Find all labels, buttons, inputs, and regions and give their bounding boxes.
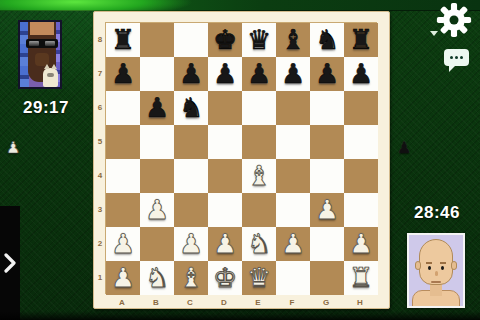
square-e5[interactable]: [242, 125, 276, 159]
black-rook: ♜: [344, 23, 378, 57]
square-h4[interactable]: [344, 159, 378, 193]
square-g5[interactable]: [310, 125, 344, 159]
square-h5[interactable]: [344, 125, 378, 159]
settings-button[interactable]: [436, 2, 472, 38]
white-pawn: ♟: [310, 193, 344, 227]
avatar-ear-right: [451, 261, 457, 270]
black-pawn: ♟: [140, 91, 174, 125]
square-b2[interactable]: [140, 227, 174, 261]
square-c8[interactable]: [174, 23, 208, 57]
white-queen: ♛: [242, 261, 276, 295]
black-pawn: ♟: [310, 57, 344, 91]
black-knight: ♞: [174, 91, 208, 125]
square-e3[interactable]: [242, 193, 276, 227]
avatar-ear-left: [415, 261, 421, 270]
chat-bubble-icon: [450, 56, 453, 59]
square-h1[interactable]: ♜: [344, 261, 378, 295]
bottom-shade: [0, 311, 480, 320]
square-f5[interactable]: [276, 125, 310, 159]
square-e1[interactable]: ♛: [242, 261, 276, 295]
square-h2[interactable]: ♟: [344, 227, 378, 261]
square-e2[interactable]: ♞: [242, 227, 276, 261]
square-c1[interactable]: ♝: [174, 261, 208, 295]
gear-icon: [436, 2, 472, 38]
square-g2[interactable]: [310, 227, 344, 261]
black-pawn: ♟: [276, 57, 310, 91]
rank-label-5: 5: [95, 124, 105, 158]
square-a1[interactable]: ♟: [106, 261, 140, 295]
square-a5[interactable]: [106, 125, 140, 159]
square-b6[interactable]: ♟: [140, 91, 174, 125]
file-label-e: E: [241, 296, 275, 309]
avatar-sunglasses: [26, 39, 58, 48]
square-d5[interactable]: [208, 125, 242, 159]
square-d7[interactable]: ♟: [208, 57, 242, 91]
square-g4[interactable]: [310, 159, 344, 193]
square-b3[interactable]: ♟: [140, 193, 174, 227]
white-pawn-icon: ♟: [6, 139, 20, 157]
white-pawn: ♟: [174, 227, 208, 261]
square-a7[interactable]: ♟: [106, 57, 140, 91]
file-label-d: D: [207, 296, 241, 309]
square-c6[interactable]: ♞: [174, 91, 208, 125]
square-f3[interactable]: [276, 193, 310, 227]
file-label-h: H: [343, 296, 377, 309]
square-f8[interactable]: ♝: [276, 23, 310, 57]
rank-label-6: 6: [95, 90, 105, 124]
square-b4[interactable]: [140, 159, 174, 193]
avatar-brow-left: [426, 262, 432, 264]
square-b5[interactable]: [140, 125, 174, 159]
rank-label-7: 7: [95, 56, 105, 90]
square-c3[interactable]: [174, 193, 208, 227]
white-bishop: ♝: [242, 159, 276, 193]
avatar-bald-head: [419, 239, 453, 285]
square-g8[interactable]: ♞: [310, 23, 344, 57]
square-c2[interactable]: ♟: [174, 227, 208, 261]
opponent-clock: 29:17: [12, 98, 80, 118]
avatar-nose: [435, 271, 438, 276]
file-label-a: A: [105, 296, 139, 309]
chess-board: 87654321 ♜♚♛♝♞♜♟♟♟♟♟♟♟♟♞♝♟♟♟♟♟♞♟♟♟♞♝♚♛♜ …: [93, 11, 390, 309]
player-clock: 28:46: [403, 203, 471, 223]
white-pawn: ♟: [140, 193, 174, 227]
square-e8[interactable]: ♛: [242, 23, 276, 57]
square-d1[interactable]: ♚: [208, 261, 242, 295]
square-d3[interactable]: [208, 193, 242, 227]
square-a4[interactable]: [106, 159, 140, 193]
square-f6[interactable]: [276, 91, 310, 125]
player-avatar: [407, 233, 465, 308]
square-c5[interactable]: [174, 125, 208, 159]
white-king: ♚: [208, 261, 242, 295]
black-pawn: ♟: [344, 57, 378, 91]
square-b8[interactable]: [140, 23, 174, 57]
avatar-cat: [43, 68, 58, 87]
square-b1[interactable]: ♞: [140, 261, 174, 295]
square-g3[interactable]: ♟: [310, 193, 344, 227]
white-knight: ♞: [140, 261, 174, 295]
square-g1[interactable]: [310, 261, 344, 295]
square-f1[interactable]: [276, 261, 310, 295]
top-highlight-bar: [0, 0, 480, 11]
chat-button[interactable]: [444, 49, 469, 66]
black-knight: ♞: [310, 23, 344, 57]
square-f7[interactable]: ♟: [276, 57, 310, 91]
black-pawn: ♟: [106, 57, 140, 91]
white-rook: ♜: [344, 261, 378, 295]
white-pawn: ♟: [344, 227, 378, 261]
black-queen: ♛: [242, 23, 276, 57]
opponent-avatar: [18, 20, 62, 89]
file-labels: ABCDEFGH: [105, 296, 379, 309]
white-pawn: ♟: [106, 261, 140, 295]
file-label-b: B: [139, 296, 173, 309]
black-pawn: ♟: [174, 57, 208, 91]
black-pawn-icon: ♟: [397, 139, 411, 157]
square-d6[interactable]: [208, 91, 242, 125]
square-a3[interactable]: [106, 193, 140, 227]
square-h7[interactable]: ♟: [344, 57, 378, 91]
square-d4[interactable]: [208, 159, 242, 193]
black-pawn: ♟: [242, 57, 276, 91]
square-e4[interactable]: ♝: [242, 159, 276, 193]
rank-label-3: 3: [95, 192, 105, 226]
square-g7[interactable]: ♟: [310, 57, 344, 91]
square-a6[interactable]: [106, 91, 140, 125]
avatar-forehead: [30, 22, 54, 35]
white-bishop: ♝: [174, 261, 208, 295]
square-d2[interactable]: ♟: [208, 227, 242, 261]
black-bishop: ♝: [276, 23, 310, 57]
black-rook: ♜: [106, 23, 140, 57]
rank-label-4: 4: [95, 158, 105, 192]
avatar-brow-right: [440, 262, 446, 264]
square-a2[interactable]: ♟: [106, 227, 140, 261]
square-h8[interactable]: ♜: [344, 23, 378, 57]
chevron-right-icon: [4, 253, 16, 273]
avatar-mouth: [431, 281, 441, 283]
file-label-g: G: [309, 296, 343, 309]
white-pawn: ♟: [208, 227, 242, 261]
square-c7[interactable]: ♟: [174, 57, 208, 91]
square-c4[interactable]: [174, 159, 208, 193]
square-h6[interactable]: [344, 91, 378, 125]
rank-label-8: 8: [95, 22, 105, 56]
square-b7[interactable]: [140, 57, 174, 91]
square-f2[interactable]: ♟: [276, 227, 310, 261]
square-a8[interactable]: ♜: [106, 23, 140, 57]
white-pawn: ♟: [106, 227, 140, 261]
black-king: ♚: [208, 23, 242, 57]
rank-labels: 87654321: [95, 22, 105, 294]
side-drawer-handle[interactable]: [0, 206, 20, 320]
square-e6[interactable]: [242, 91, 276, 125]
white-knight: ♞: [242, 227, 276, 261]
file-label-c: C: [173, 296, 207, 309]
rank-label-1: 1: [95, 260, 105, 294]
square-g6[interactable]: [310, 91, 344, 125]
avatar-eye-left: [428, 266, 431, 270]
white-pawn: ♟: [276, 227, 310, 261]
square-d8[interactable]: ♚: [208, 23, 242, 57]
avatar-eye-right: [441, 266, 444, 270]
file-label-f: F: [275, 296, 309, 309]
square-f4[interactable]: [276, 159, 310, 193]
rank-label-2: 2: [95, 226, 105, 260]
black-pawn: ♟: [208, 57, 242, 91]
square-e7[interactable]: ♟: [242, 57, 276, 91]
caret-down-icon: [430, 31, 438, 36]
board-squares: ♜♚♛♝♞♜♟♟♟♟♟♟♟♟♞♝♟♟♟♟♟♞♟♟♟♞♝♚♛♜: [105, 22, 377, 294]
game-screen: 29:17 ♟ 87654321 ♜♚♛♝♞♜♟♟♟♟♟♟♟♟♞♝♟♟♟♟♟♞♟…: [0, 0, 480, 320]
square-h3[interactable]: [344, 193, 378, 227]
